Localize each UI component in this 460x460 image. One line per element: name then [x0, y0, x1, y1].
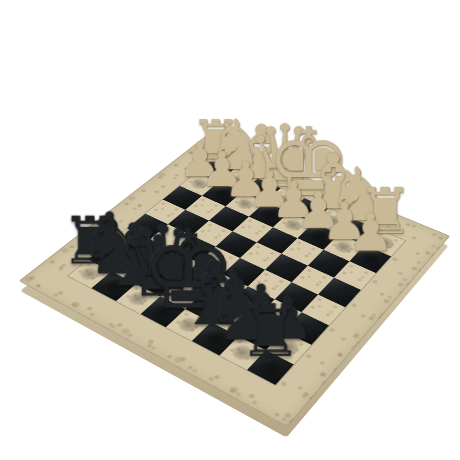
- coral-pawn-icon: ♟: [290, 207, 450, 259]
- product-photo: ♜♞♝♛♚♝♞♜♟♟♟♟♟♟♟♟♟♟♟♟♟♟♟♟♜♞♝♛♚♝♞♜: [0, 0, 460, 460]
- scene: ♜♞♝♛♚♝♞♜♟♟♟♟♟♟♟♟♟♟♟♟♟♟♟♟♜♞♝♛♚♝♞♜: [0, 0, 460, 460]
- black-rook-icon: ♜: [181, 295, 361, 367]
- chess-board: ♜♞♝♛♚♝♞♜♟♟♟♟♟♟♟♟♟♟♟♟♟♟♟♟♜♞♝♛♚♝♞♜: [19, 136, 451, 428]
